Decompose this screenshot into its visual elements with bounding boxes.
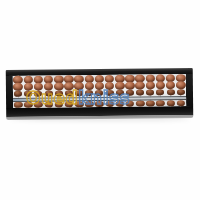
lower-bead <box>146 100 155 106</box>
lower-bead <box>14 102 23 108</box>
rod-2 <box>23 76 34 108</box>
rod-6 <box>64 75 75 107</box>
upper-bead <box>85 90 93 96</box>
rod-13 <box>135 75 146 107</box>
lower-bead <box>116 101 125 107</box>
photo-shadow <box>10 117 190 121</box>
upper-bead <box>95 82 105 90</box>
rod-11 <box>115 75 126 107</box>
upper-bead <box>125 82 135 90</box>
lower-bead <box>156 100 165 106</box>
upper-bead <box>167 89 175 95</box>
rod-14 <box>145 74 156 106</box>
upper-bead <box>13 83 23 91</box>
frame-right-post <box>186 74 193 106</box>
upper-bead <box>126 90 134 96</box>
upper-bead <box>74 82 84 90</box>
rod-15 <box>155 74 166 106</box>
upper-bead <box>156 89 164 95</box>
upper-bead <box>115 82 125 90</box>
upper-bead <box>64 82 74 90</box>
upper-bead <box>166 81 176 89</box>
upper-bead <box>65 90 73 96</box>
lower-bead <box>65 101 74 107</box>
upper-bead <box>34 83 44 91</box>
lower-bead <box>44 101 53 107</box>
lower-bead <box>95 101 104 107</box>
upper-bead <box>75 90 83 96</box>
rod-8 <box>84 75 95 107</box>
lower-bead <box>105 101 114 107</box>
rod-10 <box>104 75 115 107</box>
abacus-board <box>6 68 194 120</box>
lower-bead <box>136 101 145 107</box>
upper-bead <box>44 82 54 90</box>
bead-deck <box>13 74 186 108</box>
lower-bead <box>177 100 186 106</box>
product-photo: Ouedkniss <box>0 0 200 200</box>
upper-bead <box>55 90 63 96</box>
upper-bead <box>177 89 185 95</box>
upper-bead <box>146 89 154 95</box>
rod-3 <box>33 76 44 108</box>
rod-16 <box>165 74 176 106</box>
upper-bead <box>54 82 64 90</box>
upper-bead <box>145 81 155 89</box>
abacus-body <box>6 74 193 108</box>
lower-bead <box>126 101 135 107</box>
rod-5 <box>53 75 64 107</box>
upper-bead <box>34 91 42 97</box>
upper-bead <box>106 90 114 96</box>
upper-bead <box>14 91 22 97</box>
rod-4 <box>43 75 54 107</box>
lower-bead <box>34 102 43 108</box>
rod-1 <box>13 76 24 108</box>
lower-bead <box>85 101 94 107</box>
upper-bead <box>84 82 94 90</box>
upper-bead <box>45 90 53 96</box>
upper-bead <box>136 90 144 96</box>
upper-bead <box>116 90 124 96</box>
rod-7 <box>74 75 85 107</box>
upper-bead <box>24 91 32 97</box>
upper-bead <box>105 82 115 90</box>
rod-12 <box>125 75 136 107</box>
lower-bead <box>24 102 33 108</box>
lower-bead <box>75 101 84 107</box>
upper-bead <box>23 83 33 91</box>
lower-bead <box>166 100 175 106</box>
rod-9 <box>94 75 105 107</box>
upper-bead <box>156 81 166 89</box>
rod-17 <box>176 74 187 106</box>
upper-bead <box>176 81 186 89</box>
upper-bead <box>135 82 145 90</box>
upper-bead <box>95 90 103 96</box>
lower-bead <box>55 101 64 107</box>
